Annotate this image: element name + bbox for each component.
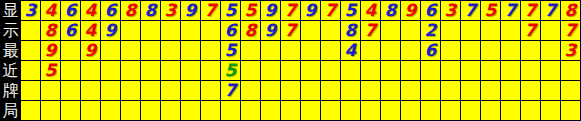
grid-cell-r1c19: 8 — [381, 1, 401, 21]
grid-cell-r2c17: 8 — [341, 21, 361, 41]
grid-cell-r6c11 — [221, 101, 241, 121]
grid-cell-r4c15 — [301, 61, 321, 81]
grid-cell-r5c2 — [41, 81, 61, 101]
grid-cell-r3c1 — [21, 41, 41, 61]
grid-cell-r6c12 — [241, 101, 261, 121]
grid-cell-r4c26 — [521, 61, 541, 81]
grid-cell-r5c18 — [361, 81, 381, 101]
grid-cell-r1c15: 9 — [301, 1, 321, 21]
grid-cell-r3c5 — [101, 41, 121, 61]
grid-cell-r4c11: 5 — [221, 61, 241, 81]
grid-cell-r4c8 — [161, 61, 181, 81]
grid-cell-r2c18: 7 — [361, 21, 381, 41]
grid-cell-r3c8 — [161, 41, 181, 61]
grid-cell-r4c6 — [121, 61, 141, 81]
grid-cell-r3c10 — [201, 41, 221, 61]
grid-cell-r3c16 — [321, 41, 341, 61]
grid-cell-r1c27: 7 — [541, 1, 561, 21]
grid-cell-r5c24 — [481, 81, 501, 101]
grid-cell-r1c16: 7 — [321, 1, 341, 21]
grid-cell-r1c12: 5 — [241, 1, 261, 21]
grid-cell-r4c20 — [401, 61, 421, 81]
grid-cell-r4c18 — [361, 61, 381, 81]
grid-cell-r2c15 — [301, 21, 321, 41]
grid-cell-r4c14 — [281, 61, 301, 81]
grid-cell-r3c3 — [61, 41, 81, 61]
grid-cell-r2c2: 8 — [41, 21, 61, 41]
grid-cell-r1c3: 6 — [61, 1, 81, 21]
grid-cell-r3c26 — [521, 41, 541, 61]
grid-cell-r6c22 — [441, 101, 461, 121]
grid-cell-r4c25 — [501, 61, 521, 81]
grid-cell-r5c28 — [561, 81, 581, 101]
grid-cell-r6c25 — [501, 101, 521, 121]
grid-cell-r1c28: 8 — [561, 1, 581, 21]
grid-cell-r4c24 — [481, 61, 501, 81]
recent-rounds-scoreboard: 显示最近牌局 346468839755979754896375777886496… — [0, 0, 581, 121]
grid-cell-r1c17: 5 — [341, 1, 361, 21]
grid-cell-r6c20 — [401, 101, 421, 121]
grid-cell-r2c16 — [321, 21, 341, 41]
grid-cell-r6c15 — [301, 101, 321, 121]
grid-cell-r5c11: 7 — [221, 81, 241, 101]
grid-cell-r6c2 — [41, 101, 61, 121]
grid-cell-r6c19 — [381, 101, 401, 121]
grid-cell-r6c24 — [481, 101, 501, 121]
vertical-board-title: 显示最近牌局 — [0, 0, 21, 121]
grid-cell-r3c17: 4 — [341, 41, 361, 61]
grid-cell-r1c20: 9 — [401, 1, 421, 21]
grid-cell-r4c22 — [441, 61, 461, 81]
grid-cell-r4c7 — [141, 61, 161, 81]
grid-cell-r6c23 — [461, 101, 481, 121]
grid-cell-r3c7 — [141, 41, 161, 61]
grid-cell-r1c11: 5 — [221, 1, 241, 21]
grid-cell-r1c5: 6 — [101, 1, 121, 21]
grid-cell-r3c27 — [541, 41, 561, 61]
grid-cell-r2c24 — [481, 21, 501, 41]
grid-cell-r1c7: 8 — [141, 1, 161, 21]
grid-cell-r4c9 — [181, 61, 201, 81]
grid-cell-r1c2: 4 — [41, 1, 61, 21]
grid-cell-r1c6: 8 — [121, 1, 141, 21]
grid-cell-r2c5: 9 — [101, 21, 121, 41]
grid-cell-r5c7 — [141, 81, 161, 101]
grid-cell-r3c24 — [481, 41, 501, 61]
grid-cell-r5c5 — [101, 81, 121, 101]
grid-cell-r2c19 — [381, 21, 401, 41]
grid-cell-r6c13 — [261, 101, 281, 121]
grid-cell-r3c6 — [121, 41, 141, 61]
grid-cell-r6c28 — [561, 101, 581, 121]
grid-cell-r4c27 — [541, 61, 561, 81]
grid-cell-r5c9 — [181, 81, 201, 101]
grid-cell-r3c2: 9 — [41, 41, 61, 61]
grid-cell-r6c3 — [61, 101, 81, 121]
grid-cell-r5c16 — [321, 81, 341, 101]
grid-cell-r1c25: 7 — [501, 1, 521, 21]
grid-cell-r2c25 — [501, 21, 521, 41]
grid-cell-r3c11: 5 — [221, 41, 241, 61]
grid-cell-r5c26 — [521, 81, 541, 101]
grid-cell-r1c21: 6 — [421, 1, 441, 21]
grid-cell-r2c23 — [461, 21, 481, 41]
grid-cell-r6c18 — [361, 101, 381, 121]
grid-cell-r2c11: 6 — [221, 21, 241, 41]
grid-cell-r4c23 — [461, 61, 481, 81]
grid-cell-r5c21 — [421, 81, 441, 101]
grid-cell-r6c9 — [181, 101, 201, 121]
grid-cell-r5c20 — [401, 81, 421, 101]
grid-cell-r5c14 — [281, 81, 301, 101]
grid-cell-r1c1: 3 — [21, 1, 41, 21]
grid-cell-r5c1 — [21, 81, 41, 101]
grid-cell-r2c22 — [441, 21, 461, 41]
grid-cell-r2c26: 7 — [521, 21, 541, 41]
grid-cell-r2c27 — [541, 21, 561, 41]
grid-cell-r4c3 — [61, 61, 81, 81]
grid-cell-r5c4 — [81, 81, 101, 101]
grid-cell-r3c21: 6 — [421, 41, 441, 61]
grid-cell-r6c17 — [341, 101, 361, 121]
grid-cell-r2c9 — [181, 21, 201, 41]
grid-cell-r5c8 — [161, 81, 181, 101]
grid-cell-r3c18 — [361, 41, 381, 61]
grid-cell-r4c5 — [101, 61, 121, 81]
history-grid: 3464688397559797548963757778864968978727… — [21, 0, 581, 121]
grid-cell-r3c9 — [181, 41, 201, 61]
grid-cell-r4c13 — [261, 61, 281, 81]
grid-cell-r3c22 — [441, 41, 461, 61]
grid-cell-r6c6 — [121, 101, 141, 121]
grid-cell-r2c6 — [121, 21, 141, 41]
grid-cell-r6c7 — [141, 101, 161, 121]
grid-cell-r3c23 — [461, 41, 481, 61]
grid-cell-r6c26 — [521, 101, 541, 121]
grid-cell-r2c28: 7 — [561, 21, 581, 41]
grid-cell-r2c3: 6 — [61, 21, 81, 41]
grid-cell-r6c4 — [81, 101, 101, 121]
grid-cell-r5c13 — [261, 81, 281, 101]
grid-cell-r4c2: 5 — [41, 61, 61, 81]
grid-cell-r4c10 — [201, 61, 221, 81]
grid-cell-r2c13: 9 — [261, 21, 281, 41]
grid-cell-r1c10: 7 — [201, 1, 221, 21]
grid-cell-r5c19 — [381, 81, 401, 101]
grid-cell-r1c18: 4 — [361, 1, 381, 21]
grid-cell-r6c27 — [541, 101, 561, 121]
grid-cell-r4c12 — [241, 61, 261, 81]
grid-cell-r4c1 — [21, 61, 41, 81]
grid-cell-r3c14 — [281, 41, 301, 61]
grid-cell-r5c27 — [541, 81, 561, 101]
grid-cell-r1c9: 9 — [181, 1, 201, 21]
grid-cell-r3c19 — [381, 41, 401, 61]
grid-cell-r2c21: 2 — [421, 21, 441, 41]
grid-cell-r1c22: 3 — [441, 1, 461, 21]
grid-cell-r5c3 — [61, 81, 81, 101]
grid-cell-r2c14: 7 — [281, 21, 301, 41]
grid-cell-r4c4 — [81, 61, 101, 81]
grid-cell-r2c4: 4 — [81, 21, 101, 41]
grid-cell-r4c28 — [561, 61, 581, 81]
grid-cell-r5c22 — [441, 81, 461, 101]
grid-cell-r1c24: 5 — [481, 1, 501, 21]
grid-cell-r6c8 — [161, 101, 181, 121]
grid-cell-r2c12: 8 — [241, 21, 261, 41]
grid-cell-r3c4: 9 — [81, 41, 101, 61]
grid-cell-r1c14: 7 — [281, 1, 301, 21]
grid-cell-r2c8 — [161, 21, 181, 41]
grid-cell-r4c17 — [341, 61, 361, 81]
grid-cell-r2c20 — [401, 21, 421, 41]
grid-cell-r5c12 — [241, 81, 261, 101]
grid-cell-r2c7 — [141, 21, 161, 41]
grid-cell-r2c10 — [201, 21, 221, 41]
grid-cell-r5c17 — [341, 81, 361, 101]
grid-cell-r1c26: 7 — [521, 1, 541, 21]
grid-cell-r5c23 — [461, 81, 481, 101]
grid-cell-r5c6 — [121, 81, 141, 101]
grid-cell-r3c13 — [261, 41, 281, 61]
grid-cell-r5c25 — [501, 81, 521, 101]
grid-cell-r3c12 — [241, 41, 261, 61]
grid-cell-r1c13: 9 — [261, 1, 281, 21]
grid-cell-r6c21 — [421, 101, 441, 121]
grid-cell-r6c1 — [21, 101, 41, 121]
grid-cell-r3c15 — [301, 41, 321, 61]
grid-cell-r6c14 — [281, 101, 301, 121]
grid-cell-r1c8: 3 — [161, 1, 181, 21]
grid-cell-r5c10 — [201, 81, 221, 101]
grid-cell-r4c21 — [421, 61, 441, 81]
grid-cell-r3c20 — [401, 41, 421, 61]
grid-cell-r4c19 — [381, 61, 401, 81]
grid-cell-r2c1 — [21, 21, 41, 41]
grid-cell-r6c5 — [101, 101, 121, 121]
grid-cell-r3c28: 3 — [561, 41, 581, 61]
grid-cell-r5c15 — [301, 81, 321, 101]
grid-cell-r4c16 — [321, 61, 341, 81]
grid-cell-r6c16 — [321, 101, 341, 121]
grid-cell-r6c10 — [201, 101, 221, 121]
grid-cell-r3c25 — [501, 41, 521, 61]
grid-cell-r1c4: 4 — [81, 1, 101, 21]
grid-cell-r1c23: 7 — [461, 1, 481, 21]
